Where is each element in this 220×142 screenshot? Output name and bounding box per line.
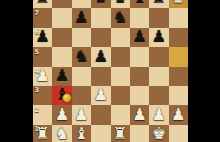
rank-label-2: 2 bbox=[35, 106, 40, 114]
square-a4[interactable]: 4♟ bbox=[33, 67, 52, 86]
white-pawn-g2[interactable]: ♟ bbox=[152, 107, 167, 124]
square-h5[interactable] bbox=[169, 47, 188, 66]
white-pawn-a4[interactable]: ♟ bbox=[35, 68, 50, 85]
rank-label-5: 5 bbox=[35, 48, 40, 56]
square-h3[interactable] bbox=[169, 86, 188, 105]
square-b4[interactable]: ♟ bbox=[52, 67, 71, 86]
square-f6[interactable]: ♟ bbox=[130, 28, 149, 47]
rank-label-7: 7 bbox=[35, 9, 40, 17]
square-g4[interactable] bbox=[149, 67, 168, 86]
letterbox-left bbox=[0, 0, 33, 142]
square-f4[interactable] bbox=[130, 67, 149, 86]
gold-badge-icon bbox=[62, 93, 72, 103]
white-pawn-b2[interactable]: ♟ bbox=[55, 107, 70, 124]
square-c5[interactable]: ♞ bbox=[72, 47, 91, 66]
square-c4[interactable] bbox=[72, 67, 91, 86]
black-king-e8[interactable]: ♚ bbox=[113, 0, 128, 7]
square-d6[interactable] bbox=[91, 28, 110, 47]
square-f2[interactable]: ♟ bbox=[130, 105, 149, 124]
square-h8[interactable]: ♛ bbox=[169, 0, 188, 8]
square-e1[interactable]: ♜ bbox=[111, 125, 130, 142]
square-d2[interactable] bbox=[91, 105, 110, 124]
white-pawn-h2[interactable]: ♟ bbox=[171, 107, 186, 124]
black-rook-g8[interactable]: ♜ bbox=[152, 0, 167, 7]
square-a7[interactable]: 7 bbox=[33, 8, 52, 27]
square-e2[interactable] bbox=[111, 105, 130, 124]
white-rook-e1[interactable]: ♜ bbox=[113, 126, 128, 142]
black-queen-d8[interactable]: ♛ bbox=[93, 0, 108, 7]
black-pawn-b4[interactable]: ♟ bbox=[55, 68, 70, 85]
square-g1[interactable]: ♚ bbox=[149, 125, 168, 142]
black-rook-a8[interactable]: ♜ bbox=[35, 0, 50, 7]
white-queen-h8[interactable]: ♛ bbox=[171, 0, 186, 7]
black-pawn-g6[interactable]: ♟ bbox=[152, 29, 167, 46]
white-pawn-d3[interactable]: ♟ bbox=[93, 87, 108, 104]
square-c2[interactable]: ♟ bbox=[72, 105, 91, 124]
rank-label-3: 3 bbox=[35, 86, 40, 94]
white-bishop-c1[interactable]: ♝ bbox=[74, 126, 89, 142]
square-d4[interactable] bbox=[91, 67, 110, 86]
square-b3[interactable]: ♝ bbox=[52, 86, 71, 105]
square-b5[interactable] bbox=[52, 47, 71, 66]
square-c3[interactable] bbox=[72, 86, 91, 105]
square-g7[interactable] bbox=[149, 8, 168, 27]
square-a1[interactable]: 1♜ bbox=[33, 125, 52, 142]
square-b1[interactable]: ♞ bbox=[52, 125, 71, 142]
square-b2[interactable]: ♟ bbox=[52, 105, 71, 124]
square-e5[interactable] bbox=[111, 47, 130, 66]
square-a2[interactable]: 2 bbox=[33, 105, 52, 124]
square-a8[interactable]: 8♜ bbox=[33, 0, 52, 8]
square-c6[interactable] bbox=[72, 28, 91, 47]
white-rook-a1[interactable]: ♜ bbox=[35, 126, 50, 142]
square-f5[interactable] bbox=[130, 47, 149, 66]
square-h4[interactable] bbox=[169, 67, 188, 86]
square-d3[interactable]: ♟ bbox=[91, 86, 110, 105]
square-f8[interactable]: ♝ bbox=[130, 0, 149, 8]
white-knight-b1[interactable]: ♞ bbox=[55, 126, 70, 142]
square-e3[interactable] bbox=[111, 86, 130, 105]
square-g8[interactable]: ♜ bbox=[149, 0, 168, 8]
square-d7[interactable] bbox=[91, 8, 110, 27]
square-g3[interactable] bbox=[149, 86, 168, 105]
black-pawn-f6[interactable]: ♟ bbox=[132, 29, 147, 46]
white-king-g1[interactable]: ♚ bbox=[152, 126, 167, 142]
square-h7[interactable] bbox=[169, 8, 188, 27]
square-c7[interactable]: ♟ bbox=[72, 8, 91, 27]
square-g6[interactable]: ♟ bbox=[149, 28, 168, 47]
square-d1[interactable] bbox=[91, 125, 110, 142]
square-a3[interactable]: 3 bbox=[33, 86, 52, 105]
black-knight-c5[interactable]: ♞ bbox=[74, 49, 89, 66]
white-pawn-f2[interactable]: ♟ bbox=[132, 107, 147, 124]
black-pawn-a6[interactable]: ♟ bbox=[35, 29, 50, 46]
square-h1[interactable] bbox=[169, 125, 188, 142]
square-f3[interactable] bbox=[130, 86, 149, 105]
black-bishop-f8[interactable]: ♝ bbox=[132, 0, 147, 7]
square-e4[interactable] bbox=[111, 67, 130, 86]
white-pawn-c2[interactable]: ♟ bbox=[74, 107, 89, 124]
square-a5[interactable]: 5 bbox=[33, 47, 52, 66]
black-pawn-c7[interactable]: ♟ bbox=[74, 10, 89, 27]
square-b8[interactable] bbox=[52, 0, 71, 8]
square-a6[interactable]: 6♟ bbox=[33, 28, 52, 47]
square-d8[interactable]: ♛ bbox=[91, 0, 110, 8]
video-frame: 8♜♛♚♝♜♛7♟♞6♟♟♟5♞♟4♟♟3♝♟2♟♟♟♟♟1♜♞♝♜♚ bbox=[0, 0, 220, 142]
square-d5[interactable]: ♟ bbox=[91, 47, 110, 66]
square-e7[interactable]: ♞ bbox=[111, 8, 130, 27]
black-knight-e7[interactable]: ♞ bbox=[113, 10, 128, 27]
square-b6[interactable] bbox=[52, 28, 71, 47]
square-h2[interactable]: ♟ bbox=[169, 105, 188, 124]
square-c1[interactable]: ♝ bbox=[72, 125, 91, 142]
chess-board[interactable]: 8♜♛♚♝♜♛7♟♞6♟♟♟5♞♟4♟♟3♝♟2♟♟♟♟♟1♜♞♝♜♚ bbox=[33, 0, 188, 142]
square-f7[interactable] bbox=[130, 8, 149, 27]
square-f1[interactable] bbox=[130, 125, 149, 142]
letterbox-right bbox=[188, 0, 220, 142]
square-b7[interactable] bbox=[52, 8, 71, 27]
square-e6[interactable] bbox=[111, 28, 130, 47]
square-g2[interactable]: ♟ bbox=[149, 105, 168, 124]
square-h6[interactable] bbox=[169, 28, 188, 47]
black-pawn-d5[interactable]: ♟ bbox=[93, 49, 108, 66]
square-g5[interactable] bbox=[149, 47, 168, 66]
